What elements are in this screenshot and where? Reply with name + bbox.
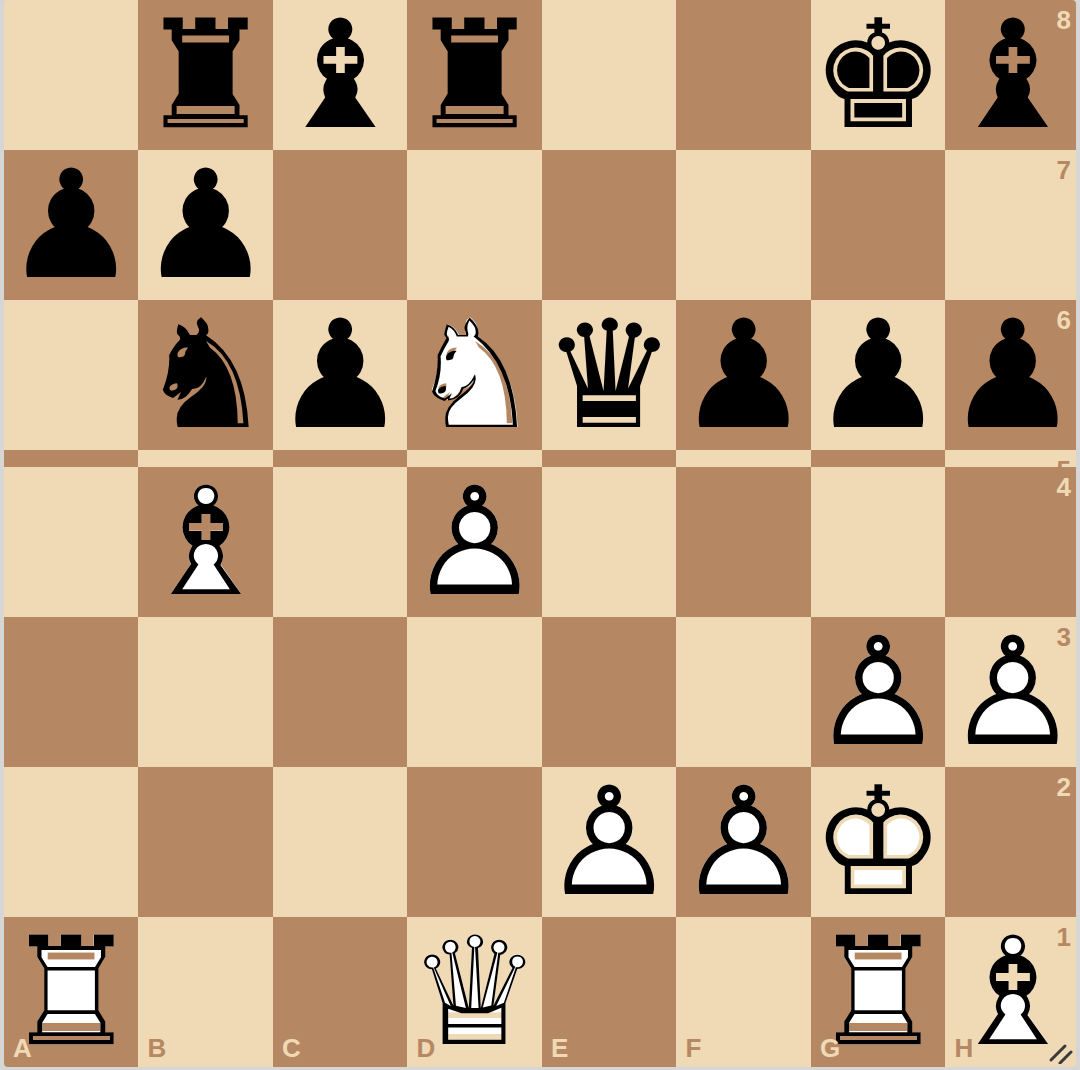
file-label-e: E bbox=[551, 1035, 568, 1061]
piece-black-bishop[interactable]: ♝ bbox=[273, 0, 407, 150]
square-b7[interactable]: ♟ bbox=[138, 150, 272, 300]
file-label-f: F bbox=[685, 1035, 701, 1061]
square-h2[interactable]: 2 bbox=[945, 767, 1076, 917]
square-d8[interactable]: ♜ bbox=[407, 0, 541, 150]
square-f3[interactable] bbox=[676, 617, 810, 767]
square-g8[interactable]: ♚ bbox=[811, 0, 945, 150]
piece-black-king[interactable]: ♚ bbox=[811, 0, 945, 150]
square-g1[interactable]: ♜♖G bbox=[811, 917, 945, 1067]
square-a2[interactable] bbox=[4, 767, 138, 917]
square-g6[interactable]: ♟ bbox=[811, 300, 945, 450]
square-a6[interactable] bbox=[4, 300, 138, 450]
square-c7[interactable] bbox=[273, 150, 407, 300]
square-e7[interactable] bbox=[542, 150, 676, 300]
square-g3[interactable]: ♟♙ bbox=[811, 617, 945, 767]
square-f8[interactable] bbox=[676, 0, 810, 150]
square-d7[interactable] bbox=[407, 150, 541, 300]
square-c8[interactable]: ♝ bbox=[273, 0, 407, 150]
piece-white-rook[interactable]: ♜♖ bbox=[4, 917, 138, 1067]
piece-white-king[interactable]: ♚♔ bbox=[811, 767, 945, 917]
square-d4[interactable]: ♟♙ bbox=[407, 467, 541, 617]
square-b6[interactable]: ♞ bbox=[138, 300, 272, 450]
square-f7[interactable] bbox=[676, 150, 810, 300]
square-h4[interactable]: 4 bbox=[945, 467, 1076, 617]
square-e4[interactable] bbox=[542, 467, 676, 617]
square-a1[interactable]: ♜♖A bbox=[4, 917, 138, 1067]
square-d1[interactable]: ♛♕D bbox=[407, 917, 541, 1067]
square-h6[interactable]: ♟6 bbox=[945, 300, 1076, 450]
square-a5[interactable] bbox=[4, 450, 138, 467]
square-b3[interactable] bbox=[138, 617, 272, 767]
square-e2[interactable]: ♟♙ bbox=[542, 767, 676, 917]
square-e6[interactable]: ♛ bbox=[542, 300, 676, 450]
square-c2[interactable] bbox=[273, 767, 407, 917]
board-resize-handle-icon[interactable] bbox=[1047, 1038, 1073, 1064]
square-c3[interactable] bbox=[273, 617, 407, 767]
square-h8[interactable]: ♝8 bbox=[945, 0, 1076, 150]
square-d6[interactable]: ♞♘ bbox=[407, 300, 541, 450]
square-e3[interactable] bbox=[542, 617, 676, 767]
piece-black-rook[interactable]: ♜ bbox=[407, 0, 541, 150]
square-a8[interactable] bbox=[4, 0, 138, 150]
rank-label-2: 2 bbox=[1056, 774, 1070, 800]
square-f1[interactable]: F bbox=[676, 917, 810, 1067]
square-f2[interactable]: ♟♙ bbox=[676, 767, 810, 917]
square-c6[interactable]: ♟ bbox=[273, 300, 407, 450]
square-h7[interactable]: 7 bbox=[945, 150, 1076, 300]
piece-white-pawn[interactable]: ♟♙ bbox=[676, 767, 810, 917]
square-g4[interactable] bbox=[811, 467, 945, 617]
rank-label-4: 4 bbox=[1056, 474, 1070, 500]
square-a7[interactable]: ♟ bbox=[4, 150, 138, 300]
square-f6[interactable]: ♟ bbox=[676, 300, 810, 450]
piece-black-knight[interactable]: ♞ bbox=[138, 300, 272, 450]
chess-board: ♜♝♜♚♝8♟♟7♞♟♞♘♛♟♟♟65♝♗♟♙4♟♙♟♙3♟♙♟♙♚♔2♜♖AB… bbox=[4, 0, 1076, 1067]
file-label-b: B bbox=[147, 1035, 166, 1061]
square-b4[interactable]: ♝♗ bbox=[138, 467, 272, 617]
piece-white-knight[interactable]: ♞♘ bbox=[407, 300, 541, 450]
piece-white-pawn[interactable]: ♟♙ bbox=[945, 617, 1076, 767]
square-b8[interactable]: ♜ bbox=[138, 0, 272, 150]
square-h3[interactable]: ♟♙3 bbox=[945, 617, 1076, 767]
piece-black-rook[interactable]: ♜ bbox=[138, 0, 272, 150]
square-c4[interactable] bbox=[273, 467, 407, 617]
piece-black-queen[interactable]: ♛ bbox=[542, 300, 676, 450]
square-c1[interactable]: C bbox=[273, 917, 407, 1067]
piece-black-pawn[interactable]: ♟ bbox=[4, 150, 138, 300]
square-d2[interactable] bbox=[407, 767, 541, 917]
piece-black-pawn[interactable]: ♟ bbox=[945, 300, 1076, 450]
piece-white-bishop[interactable]: ♝♗ bbox=[138, 467, 272, 617]
piece-white-pawn[interactable]: ♟♙ bbox=[811, 617, 945, 767]
piece-black-pawn[interactable]: ♟ bbox=[811, 300, 945, 450]
square-f4[interactable] bbox=[676, 467, 810, 617]
square-a4[interactable] bbox=[4, 467, 138, 617]
piece-black-pawn[interactable]: ♟ bbox=[676, 300, 810, 450]
square-e1[interactable]: E bbox=[542, 917, 676, 1067]
square-b2[interactable] bbox=[138, 767, 272, 917]
square-e8[interactable] bbox=[542, 0, 676, 150]
square-g7[interactable] bbox=[811, 150, 945, 300]
square-b1[interactable]: B bbox=[138, 917, 272, 1067]
piece-white-rook[interactable]: ♜♖ bbox=[811, 917, 945, 1067]
piece-white-queen[interactable]: ♛♕ bbox=[407, 917, 541, 1067]
piece-white-pawn[interactable]: ♟♙ bbox=[407, 467, 541, 617]
square-d3[interactable] bbox=[407, 617, 541, 767]
piece-black-bishop[interactable]: ♝ bbox=[945, 0, 1076, 150]
square-g2[interactable]: ♚♔ bbox=[811, 767, 945, 917]
piece-white-pawn[interactable]: ♟♙ bbox=[542, 767, 676, 917]
square-a3[interactable] bbox=[4, 617, 138, 767]
rank-label-7: 7 bbox=[1056, 157, 1070, 183]
piece-black-pawn[interactable]: ♟ bbox=[273, 300, 407, 450]
file-label-c: C bbox=[282, 1035, 301, 1061]
piece-black-pawn[interactable]: ♟ bbox=[138, 150, 272, 300]
